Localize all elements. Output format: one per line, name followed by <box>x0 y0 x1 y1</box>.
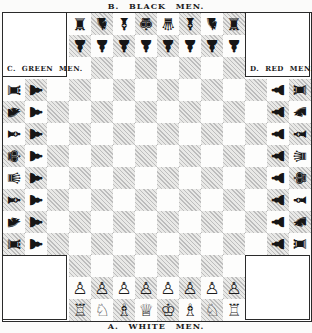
square-r5c11[interactable] <box>223 101 245 123</box>
white-rook-icon[interactable]: ♖ <box>69 299 91 321</box>
bottom-left-corner-box <box>2 255 67 320</box>
square-r9c7[interactable] <box>135 189 157 211</box>
square-r8c9[interactable] <box>179 167 201 189</box>
square-r10c12[interactable] <box>245 211 267 233</box>
square-r7c10[interactable] <box>201 145 223 167</box>
square-r7c6[interactable] <box>113 145 135 167</box>
square-r6c9[interactable] <box>179 123 201 145</box>
square-r11c8[interactable] <box>157 233 179 255</box>
square-r8c6[interactable] <box>113 167 135 189</box>
square-r7c8[interactable] <box>157 145 179 167</box>
square-r8c3[interactable] <box>47 167 69 189</box>
square-r9c14[interactable]: ♝ <box>289 189 311 211</box>
red-pawn-icon[interactable]: ♟ <box>267 145 289 167</box>
black-bishop-icon[interactable]: ♝ <box>179 13 201 35</box>
white-pawn-icon[interactable]: ♙ <box>91 277 113 299</box>
red-pawn-icon[interactable]: ♟ <box>267 123 289 145</box>
square-r4c5[interactable] <box>91 79 113 101</box>
top-left-corner-box: C. GREEN MEN. <box>2 12 67 77</box>
white-pawn-icon[interactable]: ♙ <box>135 277 157 299</box>
green-rook-icon[interactable]: ♜ <box>3 233 25 255</box>
square-r6c6[interactable] <box>113 123 135 145</box>
square-r10c14[interactable]: ♞ <box>289 211 311 233</box>
white-bishop-icon[interactable]: ♗ <box>179 299 201 321</box>
square-r3c9[interactable] <box>179 57 201 79</box>
square-r9c9[interactable] <box>179 189 201 211</box>
square-r10c8[interactable] <box>157 211 179 233</box>
green-queen-icon[interactable]: ♛ <box>3 167 25 189</box>
red-pawn-icon[interactable]: ♟ <box>267 101 289 123</box>
square-r14c5[interactable]: ♘ <box>91 299 113 321</box>
green-king-icon[interactable]: ♚ <box>3 145 25 167</box>
square-r7c9[interactable] <box>179 145 201 167</box>
square-r4c3[interactable] <box>47 79 69 101</box>
black-pawn-icon[interactable]: ♟ <box>91 35 113 57</box>
square-r9c6[interactable] <box>113 189 135 211</box>
square-r2c8[interactable]: ♟ <box>157 35 179 57</box>
bottom-right-corner-box <box>245 255 310 320</box>
square-r6c12[interactable] <box>245 123 267 145</box>
square-r4c2[interactable]: ♟ <box>25 79 47 101</box>
square-r2c10[interactable]: ♟ <box>201 35 223 57</box>
white-pawn-icon[interactable]: ♙ <box>113 277 135 299</box>
square-r9c3[interactable] <box>47 189 69 211</box>
square-r14c11[interactable]: ♖ <box>223 299 245 321</box>
red-knight-icon[interactable]: ♞ <box>289 211 311 233</box>
top-right-corner-box: D. RED MEN. <box>245 12 310 77</box>
white-pawn-icon[interactable]: ♙ <box>201 277 223 299</box>
square-r8c2[interactable]: ♟ <box>25 167 47 189</box>
square-r12c8[interactable] <box>157 255 179 277</box>
red-rook-icon[interactable]: ♜ <box>289 233 311 255</box>
square-r3c10[interactable] <box>201 57 223 79</box>
square-r13c9[interactable]: ♙ <box>179 277 201 299</box>
square-r6c7[interactable] <box>135 123 157 145</box>
square-r1c5[interactable]: ♞ <box>91 13 113 35</box>
square-r8c8[interactable] <box>157 167 179 189</box>
square-r7c1[interactable]: ♚ <box>3 145 25 167</box>
green-army-label: C. GREEN MEN. <box>7 64 83 73</box>
square-r8c4[interactable] <box>69 167 91 189</box>
white-knight-icon[interactable]: ♘ <box>201 299 223 321</box>
square-r4c11[interactable] <box>223 79 245 101</box>
square-r11c6[interactable] <box>113 233 135 255</box>
square-r9c8[interactable] <box>157 189 179 211</box>
white-army-label: A. WHITE MEN. <box>0 321 312 331</box>
white-pawn-icon[interactable]: ♙ <box>157 277 179 299</box>
square-r4c8[interactable] <box>157 79 179 101</box>
square-r9c12[interactable] <box>245 189 267 211</box>
red-rook-icon[interactable]: ♜ <box>289 79 311 101</box>
square-r5c6[interactable] <box>113 101 135 123</box>
white-king-icon[interactable]: ♔ <box>157 299 179 321</box>
square-r1c9[interactable]: ♝ <box>179 13 201 35</box>
black-queen-icon[interactable]: ♛ <box>157 13 179 35</box>
square-r8c12[interactable] <box>245 167 267 189</box>
square-r10c11[interactable] <box>223 211 245 233</box>
square-r5c8[interactable] <box>157 101 179 123</box>
square-r7c4[interactable] <box>69 145 91 167</box>
square-r2c9[interactable]: ♟ <box>179 35 201 57</box>
square-r1c7[interactable]: ♚ <box>135 13 157 35</box>
square-r5c2[interactable]: ♟ <box>25 101 47 123</box>
square-r10c4[interactable] <box>69 211 91 233</box>
square-r1c10[interactable]: ♞ <box>201 13 223 35</box>
square-r5c4[interactable] <box>69 101 91 123</box>
square-r1c6[interactable]: ♝ <box>113 13 135 35</box>
square-r6c1[interactable]: ♝ <box>3 123 25 145</box>
red-bishop-icon[interactable]: ♝ <box>289 123 311 145</box>
black-pawn-icon[interactable]: ♟ <box>179 35 201 57</box>
square-r4c1[interactable]: ♜ <box>3 79 25 101</box>
square-r7c7[interactable] <box>135 145 157 167</box>
square-r7c5[interactable] <box>91 145 113 167</box>
square-r13c5[interactable]: ♙ <box>91 277 113 299</box>
green-bishop-icon[interactable]: ♝ <box>3 123 25 145</box>
black-pawn-icon[interactable]: ♟ <box>223 35 245 57</box>
square-r4c13[interactable]: ♟ <box>267 79 289 101</box>
white-pawn-icon[interactable]: ♙ <box>223 277 245 299</box>
square-r2c5[interactable]: ♟ <box>91 35 113 57</box>
square-r11c7[interactable] <box>135 233 157 255</box>
square-r5c3[interactable] <box>47 101 69 123</box>
square-r12c9[interactable] <box>179 255 201 277</box>
square-r4c14[interactable]: ♜ <box>289 79 311 101</box>
red-king-icon[interactable]: ♚ <box>289 167 311 189</box>
square-r7c13[interactable]: ♟ <box>267 145 289 167</box>
square-r11c4[interactable] <box>69 233 91 255</box>
square-r11c3[interactable] <box>47 233 69 255</box>
black-pawn-icon[interactable]: ♟ <box>135 35 157 57</box>
square-r9c13[interactable]: ♟ <box>267 189 289 211</box>
square-r3c5[interactable] <box>91 57 113 79</box>
square-r4c6[interactable] <box>113 79 135 101</box>
green-rook-icon[interactable]: ♜ <box>3 79 25 101</box>
square-r9c2[interactable]: ♟ <box>25 189 47 211</box>
square-r14c4[interactable]: ♖ <box>69 299 91 321</box>
square-r9c11[interactable] <box>223 189 245 211</box>
square-r10c9[interactable] <box>179 211 201 233</box>
square-r4c7[interactable] <box>135 79 157 101</box>
square-r6c2[interactable]: ♟ <box>25 123 47 145</box>
square-r12c5[interactable] <box>91 255 113 277</box>
green-pawn-icon[interactable]: ♟ <box>25 211 47 233</box>
square-r5c7[interactable] <box>135 101 157 123</box>
black-bishop-icon[interactable]: ♝ <box>113 13 135 35</box>
square-r13c7[interactable]: ♙ <box>135 277 157 299</box>
square-r3c6[interactable] <box>113 57 135 79</box>
square-r4c9[interactable] <box>179 79 201 101</box>
square-r11c2[interactable]: ♟ <box>25 233 47 255</box>
red-knight-icon[interactable]: ♞ <box>289 101 311 123</box>
square-r5c14[interactable]: ♞ <box>289 101 311 123</box>
square-r11c13[interactable]: ♟ <box>267 233 289 255</box>
square-r11c1[interactable]: ♜ <box>3 233 25 255</box>
square-r13c4[interactable]: ♙ <box>69 277 91 299</box>
square-r12c10[interactable] <box>201 255 223 277</box>
square-r6c5[interactable] <box>91 123 113 145</box>
square-r2c11[interactable]: ♟ <box>223 35 245 57</box>
square-r11c14[interactable]: ♜ <box>289 233 311 255</box>
square-r4c12[interactable] <box>245 79 267 101</box>
square-r8c11[interactable] <box>223 167 245 189</box>
square-r10c2[interactable]: ♟ <box>25 211 47 233</box>
square-r7c3[interactable] <box>47 145 69 167</box>
square-r9c1[interactable]: ♝ <box>3 189 25 211</box>
square-r10c13[interactable]: ♟ <box>267 211 289 233</box>
black-army-label: B. BLACK MEN. <box>0 1 312 11</box>
square-r13c6[interactable]: ♙ <box>113 277 135 299</box>
square-r6c13[interactable]: ♟ <box>267 123 289 145</box>
square-r3c11[interactable] <box>223 57 245 79</box>
black-pawn-icon[interactable]: ♟ <box>69 35 91 57</box>
green-knight-icon[interactable]: ♞ <box>3 101 25 123</box>
white-rook-icon[interactable]: ♖ <box>223 299 245 321</box>
green-pawn-icon[interactable]: ♟ <box>25 189 47 211</box>
square-r7c12[interactable] <box>245 145 267 167</box>
square-r6c14[interactable]: ♝ <box>289 123 311 145</box>
square-r5c12[interactable] <box>245 101 267 123</box>
square-r3c8[interactable] <box>157 57 179 79</box>
square-r12c4[interactable] <box>69 255 91 277</box>
square-r8c5[interactable] <box>91 167 113 189</box>
square-r9c4[interactable] <box>69 189 91 211</box>
square-r11c10[interactable] <box>201 233 223 255</box>
black-rook-icon[interactable]: ♜ <box>223 13 245 35</box>
black-rook-icon[interactable]: ♜ <box>69 13 91 35</box>
square-r10c1[interactable]: ♞ <box>3 211 25 233</box>
black-knight-icon[interactable]: ♞ <box>201 13 223 35</box>
red-queen-icon[interactable]: ♛ <box>289 145 311 167</box>
square-r10c5[interactable] <box>91 211 113 233</box>
square-r14c6[interactable]: ♗ <box>113 299 135 321</box>
square-r13c8[interactable]: ♙ <box>157 277 179 299</box>
green-pawn-icon[interactable]: ♟ <box>25 101 47 123</box>
red-army-label: D. RED MEN. <box>250 64 312 73</box>
square-r6c8[interactable] <box>157 123 179 145</box>
green-pawn-icon[interactable]: ♟ <box>25 79 47 101</box>
black-pawn-icon[interactable]: ♟ <box>201 35 223 57</box>
square-r8c7[interactable] <box>135 167 157 189</box>
square-r8c1[interactable]: ♛ <box>3 167 25 189</box>
square-r2c4[interactable]: ♟ <box>69 35 91 57</box>
square-r9c5[interactable] <box>91 189 113 211</box>
square-r5c13[interactable]: ♟ <box>267 101 289 123</box>
square-r9c10[interactable] <box>201 189 223 211</box>
four-handed-chess-diagram: B. BLACK MEN. ♜♞♝♚♛♝♞♜♟♟♟♟♟♟♟♟♜♟♟♜♞♟♟♞♝♟… <box>0 0 312 333</box>
square-r1c8[interactable]: ♛ <box>157 13 179 35</box>
green-bishop-icon[interactable]: ♝ <box>3 189 25 211</box>
red-bishop-icon[interactable]: ♝ <box>289 189 311 211</box>
green-pawn-icon[interactable]: ♟ <box>25 123 47 145</box>
square-r12c7[interactable] <box>135 255 157 277</box>
white-pawn-icon[interactable]: ♙ <box>179 277 201 299</box>
square-r6c10[interactable] <box>201 123 223 145</box>
square-r10c6[interactable] <box>113 211 135 233</box>
white-queen-icon[interactable]: ♕ <box>135 299 157 321</box>
white-bishop-icon[interactable]: ♗ <box>113 299 135 321</box>
black-pawn-icon[interactable]: ♟ <box>157 35 179 57</box>
square-r7c11[interactable] <box>223 145 245 167</box>
square-r10c3[interactable] <box>47 211 69 233</box>
square-r7c14[interactable]: ♛ <box>289 145 311 167</box>
square-r14c8[interactable]: ♔ <box>157 299 179 321</box>
square-r8c10[interactable] <box>201 167 223 189</box>
square-r11c11[interactable] <box>223 233 245 255</box>
square-r5c10[interactable] <box>201 101 223 123</box>
square-r11c5[interactable] <box>91 233 113 255</box>
square-r13c11[interactable]: ♙ <box>223 277 245 299</box>
square-r6c11[interactable] <box>223 123 245 145</box>
square-r1c11[interactable]: ♜ <box>223 13 245 35</box>
square-r12c11[interactable] <box>223 255 245 277</box>
black-pawn-icon[interactable]: ♟ <box>113 35 135 57</box>
square-r11c9[interactable] <box>179 233 201 255</box>
square-r6c3[interactable] <box>47 123 69 145</box>
square-r3c7[interactable] <box>135 57 157 79</box>
square-r2c7[interactable]: ♟ <box>135 35 157 57</box>
square-r13c10[interactable]: ♙ <box>201 277 223 299</box>
square-r8c13[interactable]: ♟ <box>267 167 289 189</box>
square-r12c6[interactable] <box>113 255 135 277</box>
square-r14c7[interactable]: ♕ <box>135 299 157 321</box>
square-r1c4[interactable]: ♜ <box>69 13 91 35</box>
square-r2c6[interactable]: ♟ <box>113 35 135 57</box>
square-r11c12[interactable] <box>245 233 267 255</box>
red-pawn-icon[interactable]: ♟ <box>267 189 289 211</box>
green-knight-icon[interactable]: ♞ <box>3 211 25 233</box>
red-pawn-icon[interactable]: ♟ <box>267 167 289 189</box>
square-r4c10[interactable] <box>201 79 223 101</box>
green-pawn-icon[interactable]: ♟ <box>25 145 47 167</box>
green-pawn-icon[interactable]: ♟ <box>25 233 47 255</box>
red-pawn-icon[interactable]: ♟ <box>267 211 289 233</box>
green-pawn-icon[interactable]: ♟ <box>25 167 47 189</box>
black-king-icon[interactable]: ♚ <box>135 13 157 35</box>
square-r10c7[interactable] <box>135 211 157 233</box>
red-pawn-icon[interactable]: ♟ <box>267 233 289 255</box>
square-r7c2[interactable]: ♟ <box>25 145 47 167</box>
square-r5c1[interactable]: ♞ <box>3 101 25 123</box>
square-r8c14[interactable]: ♚ <box>289 167 311 189</box>
square-r4c4[interactable] <box>69 79 91 101</box>
square-r5c5[interactable] <box>91 101 113 123</box>
square-r14c10[interactable]: ♘ <box>201 299 223 321</box>
square-r5c9[interactable] <box>179 101 201 123</box>
square-r10c10[interactable] <box>201 211 223 233</box>
square-r6c4[interactable] <box>69 123 91 145</box>
white-pawn-icon[interactable]: ♙ <box>69 277 91 299</box>
black-knight-icon[interactable]: ♞ <box>91 13 113 35</box>
square-r14c9[interactable]: ♗ <box>179 299 201 321</box>
white-knight-icon[interactable]: ♘ <box>91 299 113 321</box>
red-pawn-icon[interactable]: ♟ <box>267 79 289 101</box>
